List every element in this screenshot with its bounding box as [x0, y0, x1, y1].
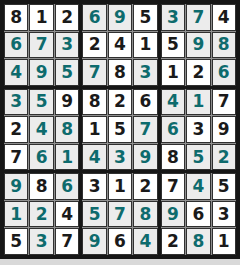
cell-r6c6[interactable]: 9: [133, 144, 157, 171]
cell-r6c9[interactable]: 2: [212, 144, 236, 171]
cell-r8c2[interactable]: 2: [29, 201, 53, 228]
cell-r7c4[interactable]: 3: [82, 173, 106, 200]
cell-r5c2[interactable]: 4: [29, 116, 53, 143]
cell-r6c2[interactable]: 6: [29, 144, 53, 171]
cell-r1c1[interactable]: 8: [4, 4, 28, 31]
cell-r6c1[interactable]: 7: [4, 144, 28, 171]
cell-r4c6[interactable]: 6: [133, 89, 157, 116]
cell-r3c1[interactable]: 4: [4, 59, 28, 86]
cell-r6c7[interactable]: 8: [161, 144, 185, 171]
cell-r3c6[interactable]: 3: [133, 59, 157, 86]
cell-r3c9[interactable]: 6: [212, 59, 236, 86]
cell-r2c7[interactable]: 5: [161, 32, 185, 59]
cell-r1c5[interactable]: 9: [108, 4, 132, 31]
cell-r1c2[interactable]: 1: [29, 4, 53, 31]
cell-r9c2[interactable]: 3: [29, 228, 53, 255]
cell-r8c3[interactable]: 4: [55, 201, 79, 228]
box-2: 695241783: [82, 4, 157, 86]
cell-r8c7[interactable]: 9: [161, 201, 185, 228]
box-8: 312578964: [82, 173, 157, 255]
cell-r9c7[interactable]: 2: [161, 228, 185, 255]
cell-r7c9[interactable]: 5: [212, 173, 236, 200]
cell-r4c5[interactable]: 2: [108, 89, 132, 116]
cell-r2c5[interactable]: 4: [108, 32, 132, 59]
cell-r6c5[interactable]: 3: [108, 144, 132, 171]
cell-r9c3[interactable]: 7: [55, 228, 79, 255]
cell-r8c4[interactable]: 5: [82, 201, 106, 228]
cell-r9c4[interactable]: 9: [82, 228, 106, 255]
cell-r4c1[interactable]: 3: [4, 89, 28, 116]
cell-r2c9[interactable]: 8: [212, 32, 236, 59]
cell-r1c6[interactable]: 5: [133, 4, 157, 31]
cell-r3c8[interactable]: 2: [186, 59, 210, 86]
box-3: 374598126: [161, 4, 236, 86]
box-7: 986124537: [4, 173, 79, 255]
cell-r6c3[interactable]: 1: [55, 144, 79, 171]
cell-r8c6[interactable]: 8: [133, 201, 157, 228]
cell-r9c5[interactable]: 6: [108, 228, 132, 255]
cell-r7c3[interactable]: 6: [55, 173, 79, 200]
cell-r5c1[interactable]: 2: [4, 116, 28, 143]
cell-r9c9[interactable]: 1: [212, 228, 236, 255]
box-9: 745963281: [161, 173, 236, 255]
cell-r5c6[interactable]: 7: [133, 116, 157, 143]
cell-r8c9[interactable]: 3: [212, 201, 236, 228]
cell-r1c4[interactable]: 6: [82, 4, 106, 31]
cell-r5c9[interactable]: 9: [212, 116, 236, 143]
cell-r3c2[interactable]: 9: [29, 59, 53, 86]
cell-r5c7[interactable]: 6: [161, 116, 185, 143]
cell-r3c3[interactable]: 5: [55, 59, 79, 86]
cell-r5c4[interactable]: 1: [82, 116, 106, 143]
box-5: 826157439: [82, 89, 157, 171]
cell-r5c8[interactable]: 3: [186, 116, 210, 143]
cell-r2c3[interactable]: 3: [55, 32, 79, 59]
cell-r8c1[interactable]: 1: [4, 201, 28, 228]
cell-r2c2[interactable]: 7: [29, 32, 53, 59]
cell-r1c9[interactable]: 4: [212, 4, 236, 31]
cell-r4c9[interactable]: 7: [212, 89, 236, 116]
cell-r7c6[interactable]: 2: [133, 173, 157, 200]
sudoku-board: 8126734956952417833745981263592487618261…: [0, 0, 240, 259]
cell-r4c7[interactable]: 4: [161, 89, 185, 116]
cell-r9c1[interactable]: 5: [4, 228, 28, 255]
cell-r6c8[interactable]: 5: [186, 144, 210, 171]
cell-r5c3[interactable]: 8: [55, 116, 79, 143]
cell-r8c8[interactable]: 6: [186, 201, 210, 228]
box-6: 417639852: [161, 89, 236, 171]
cell-r2c6[interactable]: 1: [133, 32, 157, 59]
cell-r4c3[interactable]: 9: [55, 89, 79, 116]
cell-r4c4[interactable]: 8: [82, 89, 106, 116]
cell-r7c7[interactable]: 7: [161, 173, 185, 200]
cell-r2c4[interactable]: 2: [82, 32, 106, 59]
cell-r2c8[interactable]: 9: [186, 32, 210, 59]
cell-r7c1[interactable]: 9: [4, 173, 28, 200]
cell-r8c5[interactable]: 7: [108, 201, 132, 228]
cell-r9c6[interactable]: 4: [133, 228, 157, 255]
cell-r1c3[interactable]: 2: [55, 4, 79, 31]
box-4: 359248761: [4, 89, 79, 171]
cell-r3c5[interactable]: 8: [108, 59, 132, 86]
cell-r4c2[interactable]: 5: [29, 89, 53, 116]
cell-r7c8[interactable]: 4: [186, 173, 210, 200]
cell-r7c2[interactable]: 8: [29, 173, 53, 200]
cell-r3c4[interactable]: 7: [82, 59, 106, 86]
cell-r1c7[interactable]: 3: [161, 4, 185, 31]
cell-r1c8[interactable]: 7: [186, 4, 210, 31]
cell-r6c4[interactable]: 4: [82, 144, 106, 171]
cell-r4c8[interactable]: 1: [186, 89, 210, 116]
cell-r5c5[interactable]: 5: [108, 116, 132, 143]
box-1: 812673495: [4, 4, 79, 86]
cell-r7c5[interactable]: 1: [108, 173, 132, 200]
cell-r9c8[interactable]: 8: [186, 228, 210, 255]
cell-r2c1[interactable]: 6: [4, 32, 28, 59]
cell-r3c7[interactable]: 1: [161, 59, 185, 86]
